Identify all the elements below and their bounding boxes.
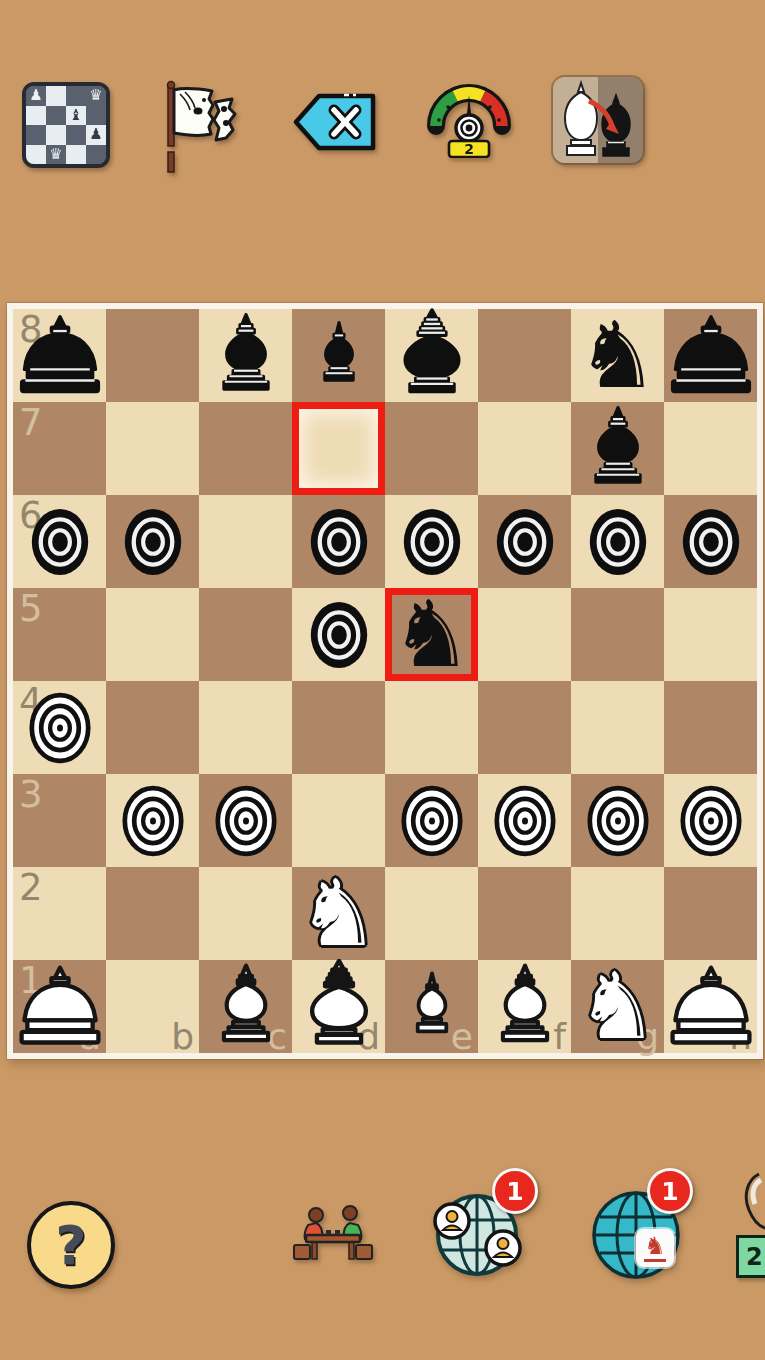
square-e7[interactable] [385, 402, 478, 495]
square-e5[interactable]: ♞ [385, 588, 478, 681]
square-c8[interactable] [199, 309, 292, 402]
mini-board-cell [26, 106, 46, 126]
mini-board-cell [46, 86, 66, 106]
black-knight: ♞ [576, 310, 658, 402]
square-a5[interactable]: 5 [13, 588, 106, 681]
local-play-button[interactable] [288, 1203, 380, 1267]
backspace-x-icon [292, 89, 378, 155]
black-khon [572, 403, 664, 495]
black-bia [664, 495, 758, 589]
square-a6[interactable]: 6 [13, 495, 106, 588]
makruk-app-screen: ♟♛♝♟♛ [0, 0, 765, 1360]
black-knight: ♞ [390, 589, 472, 681]
black-bia [385, 495, 479, 589]
right-edge-tile-button[interactable]: 2 [736, 1235, 765, 1278]
square-c1[interactable]: c [199, 960, 292, 1053]
question-mark-icon: ? [55, 1214, 86, 1277]
board-setup-button[interactable]: ♟♛♝♟♛ [22, 82, 110, 168]
square-f3[interactable] [478, 774, 571, 867]
partial-icon-right-edge [741, 1170, 765, 1232]
square-d5[interactable] [292, 588, 385, 681]
square-f4[interactable] [478, 681, 571, 774]
square-g6[interactable] [571, 495, 664, 588]
square-e3[interactable] [385, 774, 478, 867]
black-bia [571, 495, 665, 589]
square-c7[interactable] [199, 402, 292, 495]
square-h3[interactable] [664, 774, 757, 867]
white-khon [200, 961, 292, 1053]
square-a2[interactable]: 2 [13, 867, 106, 960]
square-h7[interactable] [664, 402, 757, 495]
white-boat [12, 959, 108, 1055]
square-f6[interactable] [478, 495, 571, 588]
square-a1[interactable]: 1a [13, 960, 106, 1053]
square-h8[interactable] [664, 309, 757, 402]
white-bia [106, 774, 200, 868]
difficulty-gauge-icon: 2 [423, 80, 515, 158]
mini-board-cell: ♛ [46, 145, 66, 165]
rank-label: 7 [19, 402, 43, 444]
square-e2[interactable] [385, 867, 478, 960]
mini-board-cell [86, 145, 106, 165]
club-knight-emblem: ♞ [636, 1229, 674, 1267]
square-b7[interactable] [106, 402, 199, 495]
square-g2[interactable] [571, 867, 664, 960]
square-d1[interactable]: d [292, 960, 385, 1053]
square-d3[interactable] [292, 774, 385, 867]
swap-pieces-icon [553, 77, 643, 163]
black-bia [13, 495, 107, 589]
square-e4[interactable] [385, 681, 478, 774]
mini-board-cell: ♟ [86, 125, 106, 145]
square-a4[interactable]: 4 [13, 681, 106, 774]
white-met [390, 965, 474, 1049]
notification-badge: 1 [492, 1168, 538, 1214]
square-a7[interactable]: 7 [13, 402, 106, 495]
square-h5[interactable] [664, 588, 757, 681]
mini-board-cell [66, 145, 86, 165]
black-khon [200, 310, 292, 402]
square-h6[interactable] [664, 495, 757, 588]
square-b8[interactable] [106, 309, 199, 402]
square-f1[interactable]: f [478, 960, 571, 1053]
undo-button[interactable] [292, 89, 378, 155]
mini-board-cell [26, 125, 46, 145]
square-a3[interactable]: 3 [13, 774, 106, 867]
black-bia [292, 495, 386, 589]
two-players-table-icon [288, 1203, 380, 1267]
mini-board-cell [86, 106, 106, 126]
square-b4[interactable] [106, 681, 199, 774]
black-bia [478, 495, 572, 589]
square-a8[interactable]: 8 [13, 309, 106, 402]
white-bia [199, 774, 293, 868]
square-d8[interactable] [292, 309, 385, 402]
square-d4[interactable] [292, 681, 385, 774]
board-grid: 8♞765♞432♞1abcdefg♞h [13, 309, 757, 1053]
black-boat [12, 308, 108, 404]
square-e1[interactable]: e [385, 960, 478, 1053]
square-c3[interactable] [199, 774, 292, 867]
square-d7[interactable] [292, 402, 385, 495]
square-c4[interactable] [199, 681, 292, 774]
square-b3[interactable] [106, 774, 199, 867]
square-h4[interactable] [664, 681, 757, 774]
square-e6[interactable] [385, 495, 478, 588]
online-friends-button[interactable]: 1 [425, 1165, 543, 1287]
white-bia [664, 774, 758, 868]
rank-label: 2 [19, 867, 43, 909]
mini-board-cell: ♟ [26, 86, 46, 106]
square-h2[interactable] [664, 867, 757, 960]
white-bia [385, 774, 479, 868]
white-knight: ♞ [297, 868, 379, 960]
square-g8[interactable]: ♞ [571, 309, 664, 402]
square-f7[interactable] [478, 402, 571, 495]
makruk-board: 8♞765♞432♞1abcdefg♞h [7, 303, 763, 1059]
white-khun [291, 959, 387, 1055]
mini-board-cell [66, 125, 86, 145]
square-b2[interactable] [106, 867, 199, 960]
black-khun [384, 308, 480, 404]
white-khon [479, 961, 571, 1053]
mini-board-cell [66, 86, 86, 106]
switch-sides-button[interactable] [553, 77, 643, 163]
notification-badge: 1 [647, 1168, 693, 1214]
mini-board-cell [46, 125, 66, 145]
black-met [297, 314, 381, 398]
rank-label: 5 [19, 588, 43, 630]
square-b6[interactable] [106, 495, 199, 588]
rank-label: 3 [19, 774, 43, 816]
square-g7[interactable] [571, 402, 664, 495]
online-club-button[interactable]: ♞ 1 [570, 1165, 688, 1287]
square-d2[interactable]: ♞ [292, 867, 385, 960]
square-f2[interactable] [478, 867, 571, 960]
white-knight: ♞ [576, 961, 658, 1053]
black-bia [292, 588, 386, 682]
square-h1[interactable]: h [664, 960, 757, 1053]
mini-board-cell [46, 106, 66, 126]
black-boat [663, 308, 759, 404]
square-f5[interactable] [478, 588, 571, 681]
square-b1[interactable]: b [106, 960, 199, 1053]
black-bia [106, 495, 200, 589]
square-g3[interactable] [571, 774, 664, 867]
square-b5[interactable] [106, 588, 199, 681]
white-flag-icon [158, 78, 242, 176]
right-edge-tile-label: 2 [746, 1243, 763, 1271]
resign-button[interactable] [158, 78, 242, 176]
square-c2[interactable] [199, 867, 292, 960]
square-c5[interactable] [199, 588, 292, 681]
white-boat [663, 959, 759, 1055]
square-c6[interactable] [199, 495, 292, 588]
mini-board-cell: ♝ [66, 106, 86, 126]
difficulty-button[interactable]: 2 [423, 80, 515, 158]
mini-chessboard-icon: ♟♛♝♟♛ [22, 82, 110, 168]
white-bia [13, 681, 107, 775]
square-e8[interactable] [385, 309, 478, 402]
square-g5[interactable] [571, 588, 664, 681]
file-label: b [171, 1017, 194, 1057]
square-g1[interactable]: g♞ [571, 960, 664, 1053]
help-button[interactable]: ? [27, 1201, 115, 1289]
mini-board-cell: ♛ [86, 86, 106, 106]
gauge-level-label: 2 [464, 141, 474, 157]
mini-board-cell [26, 145, 46, 165]
white-bia [571, 774, 665, 868]
white-bia [478, 774, 572, 868]
square-g4[interactable] [571, 681, 664, 774]
square-d6[interactable] [292, 495, 385, 588]
square-f8[interactable] [478, 309, 571, 402]
